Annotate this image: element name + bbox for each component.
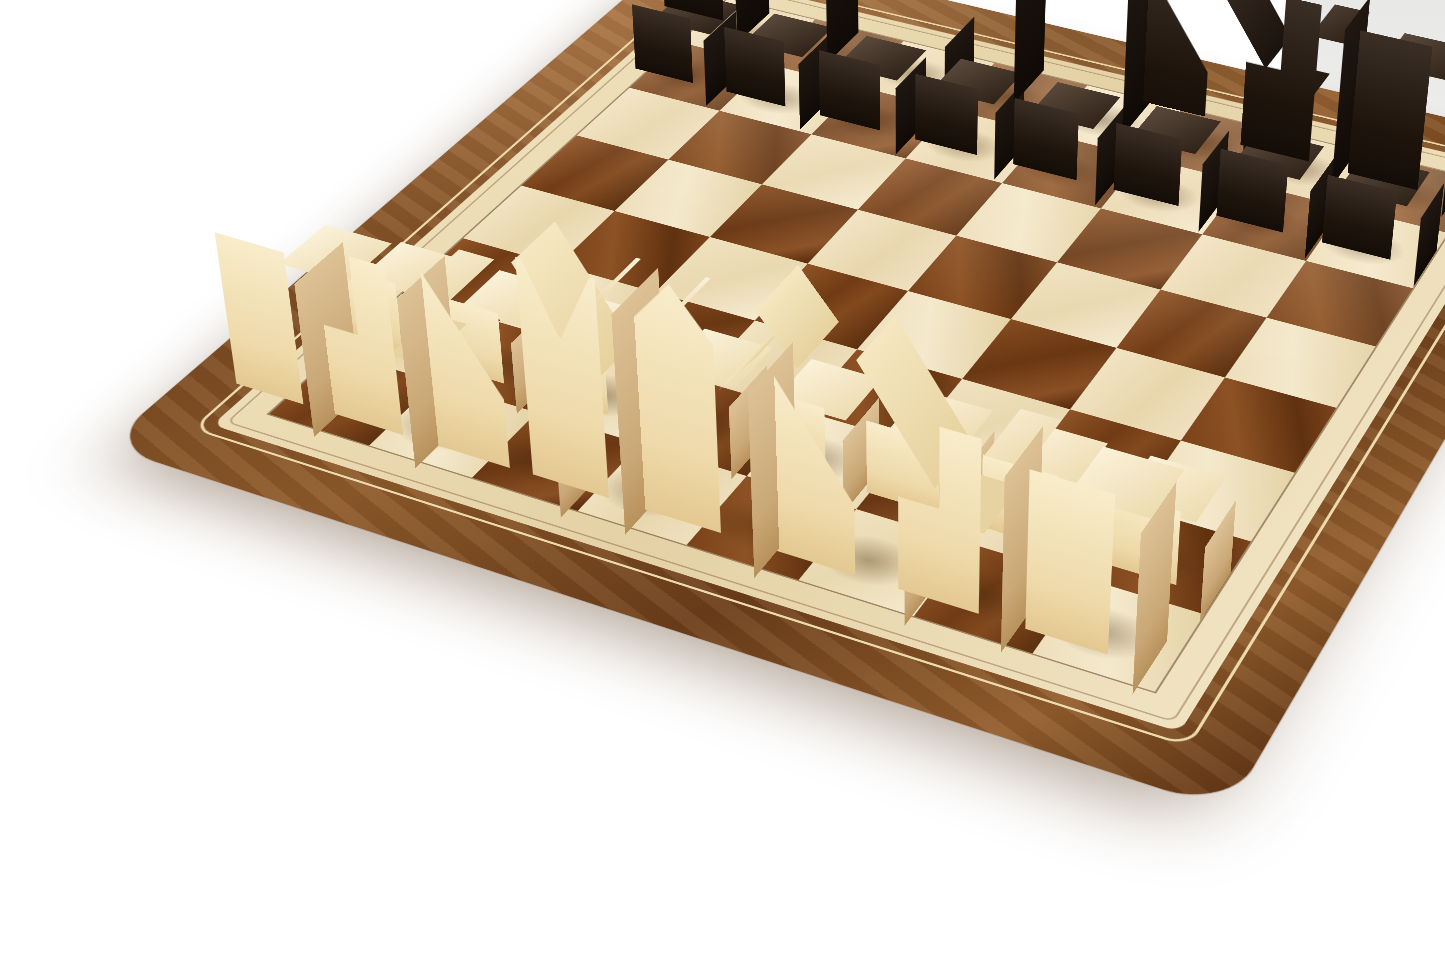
black-pawn-h7[interactable] — [1332, 221, 1422, 273]
piece-face — [1200, 499, 1236, 621]
chess-product-photo-scene — [0, 0, 1445, 963]
black-pawn-e7[interactable] — [1028, 146, 1118, 194]
piece-face — [1025, 469, 1115, 654]
pieces-layer — [106, 0, 1445, 811]
piece-face — [1347, 30, 1432, 190]
piece-face — [1024, 0, 1101, 100]
black-pawn-f7[interactable] — [1127, 171, 1217, 220]
piece-face — [1137, 0, 1214, 135]
piece-face — [1204, 0, 1290, 69]
white-rook-h1[interactable] — [1063, 597, 1175, 671]
black-pawn-d7[interactable] — [931, 122, 1020, 169]
chess-board — [106, 0, 1445, 811]
